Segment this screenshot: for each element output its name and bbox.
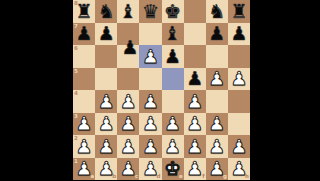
square-g4[interactable]: [206, 90, 228, 113]
square-b5[interactable]: [95, 68, 117, 91]
white-pawn-c2: ♟: [117, 135, 139, 158]
square-f4[interactable]: ♟: [184, 90, 206, 113]
white-pawn-c1: ♟: [117, 158, 139, 181]
square-d8[interactable]: ♛: [139, 0, 161, 23]
black-pawn-h7: ♟: [228, 23, 250, 46]
white-pawn-f2: ♟: [184, 135, 206, 158]
square-e8[interactable]: ♚: [162, 0, 184, 23]
square-b6[interactable]: [95, 45, 117, 68]
square-a4[interactable]: 4: [73, 90, 95, 113]
square-f1[interactable]: ♟f: [184, 158, 206, 181]
black-knight-b8: ♞: [95, 0, 117, 23]
file-label-g: g: [223, 174, 227, 180]
square-d6[interactable]: ♟: [139, 45, 161, 68]
white-pawn-a3: ♟: [73, 113, 95, 136]
white-pawn-h5: ♟: [228, 68, 250, 91]
square-a2[interactable]: ♟2: [73, 135, 95, 158]
square-h3[interactable]: [228, 113, 250, 136]
black-rook-a8: ♜: [73, 0, 95, 23]
square-f5[interactable]: ♟: [184, 68, 206, 91]
square-e7[interactable]: ♝: [162, 23, 184, 46]
black-king-e8: ♚: [162, 0, 184, 23]
white-pawn-g1: ♟: [206, 158, 228, 181]
square-d5[interactable]: [139, 68, 161, 91]
square-g1[interactable]: ♟g: [206, 158, 228, 181]
rank-label-3: 3: [74, 114, 78, 120]
white-pawn-h1: ♟: [228, 158, 250, 181]
white-pawn-b3: ♟: [95, 113, 117, 136]
square-d7[interactable]: [139, 23, 161, 46]
black-bishop-c8: ♝: [117, 0, 139, 23]
file-label-c: c: [135, 174, 138, 180]
white-pawn-f3: ♟: [184, 113, 206, 136]
file-label-e: e: [179, 174, 183, 180]
white-king-e1: ♚: [162, 158, 184, 181]
file-label-a: a: [90, 174, 94, 180]
square-c2[interactable]: ♟: [117, 135, 139, 158]
black-pawn-e6: ♟: [162, 45, 184, 68]
square-d4[interactable]: ♟: [139, 90, 161, 113]
square-e1[interactable]: ♚e: [162, 158, 184, 181]
black-knight-g8: ♞: [206, 0, 228, 23]
square-f3[interactable]: ♟: [184, 113, 206, 136]
square-b3[interactable]: ♟: [95, 113, 117, 136]
white-pawn-b1: ♟: [95, 158, 117, 181]
file-label-f: f: [202, 174, 204, 180]
square-b1[interactable]: ♟b: [95, 158, 117, 181]
white-pawn-g3: ♟: [206, 113, 228, 136]
white-pawn-f1: ♟: [184, 158, 206, 181]
white-pawn-a1: ♟: [73, 158, 95, 181]
square-h4[interactable]: [228, 90, 250, 113]
black-pawn-f5: ♟: [184, 68, 206, 91]
black-queen-d8: ♛: [139, 0, 161, 23]
square-a3[interactable]: ♟3: [73, 113, 95, 136]
white-pawn-d4: ♟: [139, 90, 161, 113]
rank-label-6: 6: [74, 46, 78, 52]
square-h8[interactable]: ♜: [228, 0, 250, 23]
square-d1[interactable]: ♟d: [139, 158, 161, 181]
square-f6[interactable]: [184, 45, 206, 68]
square-b4[interactable]: ♟: [95, 90, 117, 113]
square-d3[interactable]: ♟: [139, 113, 161, 136]
square-g7[interactable]: ♟: [206, 23, 228, 46]
square-f7[interactable]: [184, 23, 206, 46]
square-g3[interactable]: ♟: [206, 113, 228, 136]
black-rook-h8: ♜: [228, 0, 250, 23]
rank-label-4: 4: [74, 91, 78, 97]
rank-label-2: 2: [74, 136, 78, 142]
square-h7[interactable]: ♟: [228, 23, 250, 46]
black-pawn-a7: ♟: [73, 23, 95, 46]
square-f8[interactable]: [184, 0, 206, 23]
white-pawn-h2: ♟: [228, 135, 250, 158]
file-label-b: b: [112, 174, 116, 180]
black-pawn-g7: ♟: [206, 23, 228, 46]
white-pawn-d2: ♟: [139, 135, 161, 158]
square-b7[interactable]: ♟: [95, 23, 117, 46]
white-pawn-d6: ♟: [139, 45, 161, 68]
square-a1[interactable]: ♟1a: [73, 158, 95, 181]
rank-label-5: 5: [74, 69, 78, 75]
square-h6[interactable]: [228, 45, 250, 68]
black-bishop-e7: ♝: [162, 23, 184, 46]
square-a6[interactable]: 6: [73, 45, 95, 68]
square-g5[interactable]: ♟: [206, 68, 228, 91]
white-pawn-a2: ♟: [73, 135, 95, 158]
animating-black-pawn-c7: ♟: [119, 36, 141, 58]
rank-label-7: 7: [74, 24, 78, 30]
white-pawn-f4: ♟: [184, 90, 206, 113]
square-e3[interactable]: ♟: [162, 113, 184, 136]
square-g2[interactable]: ♟: [206, 135, 228, 158]
white-pawn-c4: ♟: [117, 90, 139, 113]
white-pawn-c3: ♟: [117, 113, 139, 136]
square-c1[interactable]: ♟c: [117, 158, 139, 181]
square-b8[interactable]: ♞: [95, 0, 117, 23]
square-a5[interactable]: 5: [73, 68, 95, 91]
white-pawn-b4: ♟: [95, 90, 117, 113]
square-e6[interactable]: ♟: [162, 45, 184, 68]
file-label-h: h: [245, 174, 249, 180]
square-g6[interactable]: [206, 45, 228, 68]
white-pawn-e3: ♟: [162, 113, 184, 136]
square-a7[interactable]: ♟7: [73, 23, 95, 46]
square-c5[interactable]: [117, 68, 139, 91]
square-b2[interactable]: ♟: [95, 135, 117, 158]
square-c8[interactable]: ♝: [117, 0, 139, 23]
white-pawn-d3: ♟: [139, 113, 161, 136]
file-label-d: d: [157, 174, 161, 180]
square-e4[interactable]: [162, 90, 184, 113]
rank-label-1: 1: [74, 159, 78, 165]
chess-board: ♜8♞♝♛♚♞♜♟7♟♝♟♟6♟♟5♟♟♟4♟♟♟♟♟3♟♟♟♟♟♟♟2♟♟♟♟…: [73, 0, 250, 180]
square-g8[interactable]: ♞: [206, 0, 228, 23]
black-pawn-b7: ♟: [95, 23, 117, 46]
square-h1[interactable]: ♟h: [228, 158, 250, 181]
white-pawn-b2: ♟: [95, 135, 117, 158]
rank-label-8: 8: [74, 1, 78, 7]
white-pawn-g5: ♟: [206, 68, 228, 91]
white-pawn-d1: ♟: [139, 158, 161, 181]
square-f2[interactable]: ♟: [184, 135, 206, 158]
square-h5[interactable]: ♟: [228, 68, 250, 91]
white-pawn-g2: ♟: [206, 135, 228, 158]
square-d2[interactable]: ♟: [139, 135, 161, 158]
white-pawn-e2: ♟: [162, 135, 184, 158]
video-frame: ♜8♞♝♛♚♞♜♟7♟♝♟♟6♟♟5♟♟♟4♟♟♟♟♟3♟♟♟♟♟♟♟2♟♟♟♟…: [0, 0, 320, 180]
square-c3[interactable]: ♟: [117, 113, 139, 136]
square-c4[interactable]: ♟: [117, 90, 139, 113]
square-e5[interactable]: [162, 68, 184, 91]
square-e2[interactable]: ♟: [162, 135, 184, 158]
square-h2[interactable]: ♟: [228, 135, 250, 158]
square-a8[interactable]: ♜8: [73, 0, 95, 23]
